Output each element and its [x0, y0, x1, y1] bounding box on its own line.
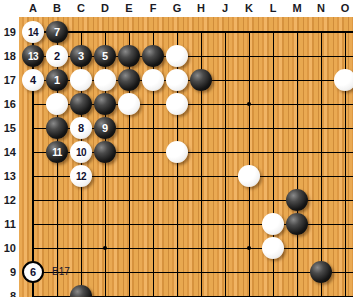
stone-black-M12	[286, 189, 308, 211]
stone-black-C8	[70, 285, 92, 297]
stone-number: 7	[54, 26, 60, 38]
column-label-A: A	[21, 1, 45, 16]
row-label-19: 19	[0, 25, 16, 39]
stone-white-G14	[166, 141, 188, 163]
stone-black-B14: 11	[46, 141, 68, 163]
star-point-K16	[247, 102, 251, 106]
stone-black-C16	[70, 93, 92, 115]
stone-black-D16	[94, 93, 116, 115]
stone-black-M11	[286, 213, 308, 235]
stone-white-F17	[142, 69, 164, 91]
stone-number: 14	[28, 27, 38, 38]
grid-line-horizontal-19	[32, 31, 353, 33]
column-label-G: G	[165, 1, 189, 16]
star-point-D10	[103, 246, 107, 250]
stone-white-K13	[238, 165, 260, 187]
stone-white-C13: 12	[70, 165, 92, 187]
column-label-F: F	[141, 1, 165, 16]
go-board[interactable]: 147132354189111012	[19, 17, 353, 297]
row-label-18: 18	[0, 49, 16, 63]
stone-number: 1	[54, 74, 60, 86]
stone-black-E18	[118, 45, 140, 67]
row-label-8: 8	[0, 289, 16, 297]
grid-line-vertical-M	[297, 31, 298, 297]
annotation-stone: 6	[22, 261, 44, 283]
stone-black-H17	[190, 69, 212, 91]
column-label-C: C	[69, 1, 93, 16]
grid-line-horizontal-10	[32, 248, 353, 249]
row-label-9: 9	[0, 265, 16, 279]
column-label-D: D	[93, 1, 117, 16]
stone-black-N9	[310, 261, 332, 283]
stone-number: 2	[54, 50, 60, 62]
column-label-L: L	[261, 1, 285, 16]
row-label-12: 12	[0, 193, 16, 207]
row-label-10: 10	[0, 241, 16, 255]
stone-white-G18	[166, 45, 188, 67]
grid-line-vertical-N	[321, 31, 322, 297]
stone-white-G17	[166, 69, 188, 91]
annotation-text: B17	[52, 265, 70, 279]
stone-white-B16	[46, 93, 68, 115]
row-label-17: 17	[0, 73, 16, 87]
stone-black-B19: 7	[46, 21, 68, 43]
column-label-N: N	[309, 1, 333, 16]
stone-white-G16	[166, 93, 188, 115]
column-label-E: E	[117, 1, 141, 16]
stone-black-F18	[142, 45, 164, 67]
stone-number: 4	[30, 74, 36, 86]
column-label-O: O	[333, 1, 353, 16]
stone-white-B18: 2	[46, 45, 68, 67]
row-label-16: 16	[0, 97, 16, 111]
stone-black-A18: 13	[22, 45, 44, 67]
stone-black-B17: 1	[46, 69, 68, 91]
stone-number: 3	[78, 50, 84, 62]
column-label-B: B	[45, 1, 69, 16]
row-label-13: 13	[0, 169, 16, 183]
stone-white-L10	[262, 237, 284, 259]
row-label-14: 14	[0, 145, 16, 159]
row-label-15: 15	[0, 121, 16, 135]
stone-black-E17	[118, 69, 140, 91]
stone-white-C15: 8	[70, 117, 92, 139]
grid-line-vertical-J	[225, 31, 226, 297]
go-diagram: ABCDEFGHJKLMNO 1918171615141312111098 14…	[0, 0, 353, 297]
stone-number: 11	[52, 147, 62, 158]
stone-black-D18: 5	[94, 45, 116, 67]
stone-number: 5	[102, 50, 108, 62]
stone-number: 12	[76, 171, 86, 182]
grid-line-horizontal-9	[32, 272, 353, 273]
column-label-J: J	[213, 1, 237, 16]
star-point-K10	[247, 246, 251, 250]
stone-white-O17	[334, 69, 353, 91]
stone-black-D14	[94, 141, 116, 163]
column-label-M: M	[285, 1, 309, 16]
stone-white-E16	[118, 93, 140, 115]
stone-white-D17	[94, 69, 116, 91]
column-label-H: H	[189, 1, 213, 16]
row-label-11: 11	[0, 217, 16, 231]
stone-white-A17: 4	[22, 69, 44, 91]
stone-black-C18: 3	[70, 45, 92, 67]
stone-white-C14: 10	[70, 141, 92, 163]
column-label-K: K	[237, 1, 261, 16]
stone-black-B15	[46, 117, 68, 139]
stone-white-L11	[262, 213, 284, 235]
stone-number: 9	[102, 122, 108, 134]
grid-line-vertical-K	[249, 31, 250, 297]
stone-black-D15: 9	[94, 117, 116, 139]
stone-number: 8	[78, 122, 84, 134]
annotation-stone-number: 6	[30, 266, 36, 278]
stone-white-C17	[70, 69, 92, 91]
stone-number: 13	[28, 51, 38, 62]
stone-white-A19: 14	[22, 21, 44, 43]
stone-number: 10	[76, 147, 86, 158]
